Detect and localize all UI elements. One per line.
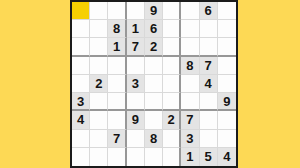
cell-r6c9[interactable]: 9 [218,93,236,111]
cell-r9c5[interactable] [145,148,163,166]
cell-r8c2[interactable] [90,130,108,148]
cell-r5c2[interactable]: 2 [90,75,108,93]
cell-r3c1[interactable] [72,38,90,56]
cell-r7c2[interactable] [90,111,108,129]
cell-r5c4[interactable]: 3 [127,75,145,93]
cell-r6c3[interactable] [108,93,126,111]
cell-r3c4[interactable]: 7 [127,38,145,56]
cell-r4c3[interactable] [108,57,126,75]
cell-r5c5[interactable] [145,75,163,93]
cell-r2c1[interactable] [72,20,90,38]
cell-r9c1[interactable] [72,148,90,166]
cell-r9c2[interactable] [90,148,108,166]
cell-r8c8[interactable] [200,130,218,148]
sudoku-board: 9681617287234394927783154 [70,0,238,168]
cell-r7c6[interactable]: 2 [163,111,181,129]
cell-r8c6[interactable] [163,130,181,148]
cell-r9c7[interactable]: 1 [181,148,199,166]
cell-r1c2[interactable] [90,2,108,20]
cell-r4c1[interactable] [72,57,90,75]
cell-r6c4[interactable] [127,93,145,111]
cell-r8c3[interactable]: 7 [108,130,126,148]
cell-r5c9[interactable] [218,75,236,93]
cell-r1c3[interactable] [108,2,126,20]
cell-r2c2[interactable] [90,20,108,38]
cell-r5c1[interactable] [72,75,90,93]
cell-r9c9[interactable]: 4 [218,148,236,166]
cell-r3c3[interactable]: 1 [108,38,126,56]
cell-r4c2[interactable] [90,57,108,75]
cell-r8c7[interactable]: 3 [181,130,199,148]
cell-r9c8[interactable]: 5 [200,148,218,166]
cell-r6c6[interactable] [163,93,181,111]
cell-r4c7[interactable]: 8 [181,57,199,75]
cell-r9c4[interactable] [127,148,145,166]
cell-r2c8[interactable] [200,20,218,38]
cell-r6c7[interactable] [181,93,199,111]
cell-r1c8[interactable]: 6 [200,2,218,20]
cell-r7c3[interactable] [108,111,126,129]
cell-r4c9[interactable] [218,57,236,75]
cell-r1c5[interactable]: 9 [145,2,163,20]
cell-r2c6[interactable] [163,20,181,38]
cell-r7c8[interactable] [200,111,218,129]
cell-r9c3[interactable] [108,148,126,166]
cell-r8c1[interactable] [72,130,90,148]
cell-r2c3[interactable]: 8 [108,20,126,38]
cell-r7c4[interactable]: 9 [127,111,145,129]
cell-r2c9[interactable] [218,20,236,38]
cell-r1c1[interactable] [72,2,90,20]
sudoku-grid: 9681617287234394927783154 [72,2,236,166]
cell-r3c9[interactable] [218,38,236,56]
cell-r7c9[interactable] [218,111,236,129]
cell-r8c9[interactable] [218,130,236,148]
cell-r7c7[interactable]: 7 [181,111,199,129]
cell-r3c8[interactable] [200,38,218,56]
cell-r4c5[interactable] [145,57,163,75]
cell-r2c5[interactable]: 6 [145,20,163,38]
cell-r4c4[interactable] [127,57,145,75]
cell-r4c8[interactable]: 7 [200,57,218,75]
cell-r7c1[interactable]: 4 [72,111,90,129]
cell-r5c7[interactable] [181,75,199,93]
cell-r2c7[interactable] [181,20,199,38]
cell-r8c4[interactable] [127,130,145,148]
cell-r4c6[interactable] [163,57,181,75]
cell-r1c6[interactable] [163,2,181,20]
cell-r3c2[interactable] [90,38,108,56]
cell-r5c8[interactable]: 4 [200,75,218,93]
cell-r8c5[interactable]: 8 [145,130,163,148]
cell-r6c2[interactable] [90,93,108,111]
cell-r3c5[interactable]: 2 [145,38,163,56]
cell-r6c5[interactable] [145,93,163,111]
cell-r3c6[interactable] [163,38,181,56]
cell-r1c4[interactable] [127,2,145,20]
cell-r5c6[interactable] [163,75,181,93]
cell-r3c7[interactable] [181,38,199,56]
cell-r6c1[interactable]: 3 [72,93,90,111]
cell-r1c9[interactable] [218,2,236,20]
cell-r7c5[interactable] [145,111,163,129]
cell-r6c8[interactable] [200,93,218,111]
cell-r2c4[interactable]: 1 [127,20,145,38]
app-background: 9681617287234394927783154 [0,0,300,168]
cell-r9c6[interactable] [163,148,181,166]
cell-r5c3[interactable] [108,75,126,93]
cell-r1c7[interactable] [181,2,199,20]
